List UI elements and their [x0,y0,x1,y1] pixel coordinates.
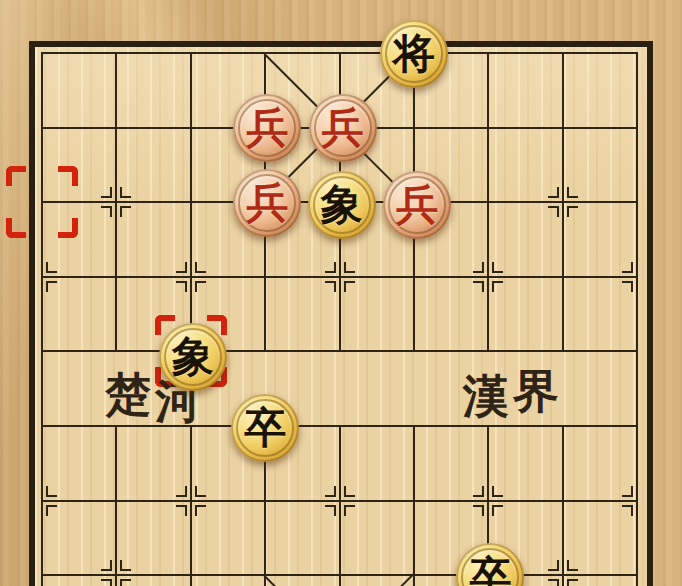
point-marker [195,281,206,292]
last-move-from-marker [58,218,78,238]
river-character: 漢 [463,366,513,428]
point-marker [325,505,336,516]
piece-character: 兵 [322,107,364,149]
point-marker [344,505,355,516]
piece-character: 兵 [246,107,288,149]
last-move-from-marker [6,218,26,238]
point-marker [622,486,633,497]
piece-black-elephant[interactable]: 象 [159,323,227,391]
grid-line [41,52,43,586]
point-marker [567,579,578,586]
point-marker [492,281,503,292]
piece-character: 兵 [396,184,438,226]
point-marker [492,262,503,273]
point-marker [195,262,206,273]
point-marker [344,486,355,497]
point-marker [195,486,206,497]
xiangqi-board[interactable]: 楚河漢界将兵兵兵象兵象卒卒 [0,0,682,586]
point-marker [46,281,57,292]
river-character: 界 [513,361,563,423]
point-marker [176,505,187,516]
point-marker [325,281,336,292]
point-marker [325,262,336,273]
point-marker [101,206,112,217]
last-move-from-marker [6,166,26,186]
piece-red-soldier[interactable]: 兵 [309,94,377,162]
point-marker [567,560,578,571]
point-marker [120,560,131,571]
last-move-from-marker [58,166,78,186]
piece-red-soldier[interactable]: 兵 [233,169,301,237]
point-marker [325,486,336,497]
river-label-right: 漢界 [463,364,563,426]
point-marker [473,262,484,273]
piece-red-soldier[interactable]: 兵 [233,94,301,162]
point-marker [622,505,633,516]
point-marker [344,281,355,292]
grid-line [562,52,564,352]
piece-character: 象 [172,336,214,378]
grid-line [190,52,192,352]
point-marker [567,187,578,198]
point-marker [473,486,484,497]
point-marker [101,560,112,571]
point-marker [344,262,355,273]
point-marker [492,486,503,497]
point-marker [176,281,187,292]
point-marker [492,505,503,516]
grid-line [636,52,638,586]
piece-red-soldier[interactable]: 兵 [383,171,451,239]
point-marker [46,262,57,273]
piece-character: 兵 [246,182,288,224]
piece-black-elephant[interactable]: 象 [308,171,376,239]
point-marker [548,579,559,586]
point-marker [101,579,112,586]
point-marker [567,206,578,217]
grid-line [487,52,489,352]
point-marker [176,262,187,273]
river-character: 楚 [105,364,155,426]
piece-character: 卒 [469,556,511,586]
grid-line [115,425,117,586]
point-marker [548,560,559,571]
piece-black-soldier[interactable]: 卒 [231,394,299,462]
point-marker [548,187,559,198]
point-marker [46,505,57,516]
point-marker [120,579,131,586]
grid-line [115,52,117,352]
piece-character: 卒 [244,407,286,449]
point-marker [120,206,131,217]
point-marker [46,486,57,497]
grid-line [190,425,192,586]
point-marker [473,505,484,516]
point-marker [176,486,187,497]
point-marker [622,262,633,273]
grid-line [339,425,341,586]
grid-line [562,425,564,586]
point-marker [473,281,484,292]
piece-character: 将 [393,33,435,75]
grid-line [413,425,415,586]
point-marker [548,206,559,217]
point-marker [622,281,633,292]
point-marker [195,505,206,516]
piece-black-general[interactable]: 将 [380,20,448,88]
piece-character: 象 [321,184,363,226]
point-marker [120,187,131,198]
point-marker [101,187,112,198]
